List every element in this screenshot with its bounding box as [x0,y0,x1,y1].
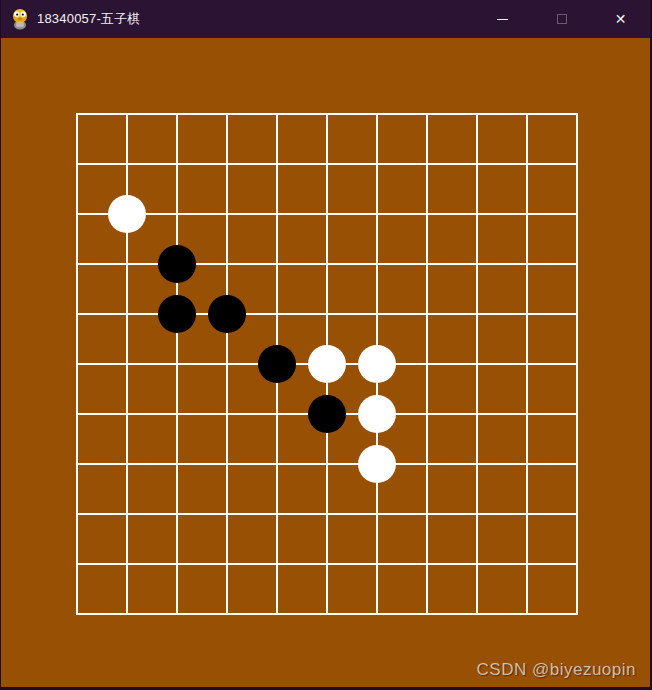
stone-black [308,395,346,433]
minimize-icon [497,19,508,20]
close-icon: ✕ [615,12,627,26]
stone-white [358,445,396,483]
stone-black [258,345,296,383]
stone-white [358,345,396,383]
title-bar[interactable]: 18340057-五子棋 ✕ [1,0,650,38]
app-icon [10,8,30,30]
stone-black [158,245,196,283]
minimize-button[interactable] [473,0,532,38]
stone-black [208,295,246,333]
maximize-button[interactable] [532,0,591,38]
watermark-text: CSDN @biyezuopin [477,660,636,680]
stone-white [308,345,346,383]
stone-white [358,395,396,433]
window-title: 18340057-五子棋 [37,10,141,28]
close-button[interactable]: ✕ [591,0,650,38]
stone-white [108,195,146,233]
gomoku-window: 18340057-五子棋 ✕ CSDN @biyezuopin [0,0,652,690]
maximize-icon [557,14,567,24]
stone-black [158,295,196,333]
gomoku-board[interactable] [76,113,578,615]
